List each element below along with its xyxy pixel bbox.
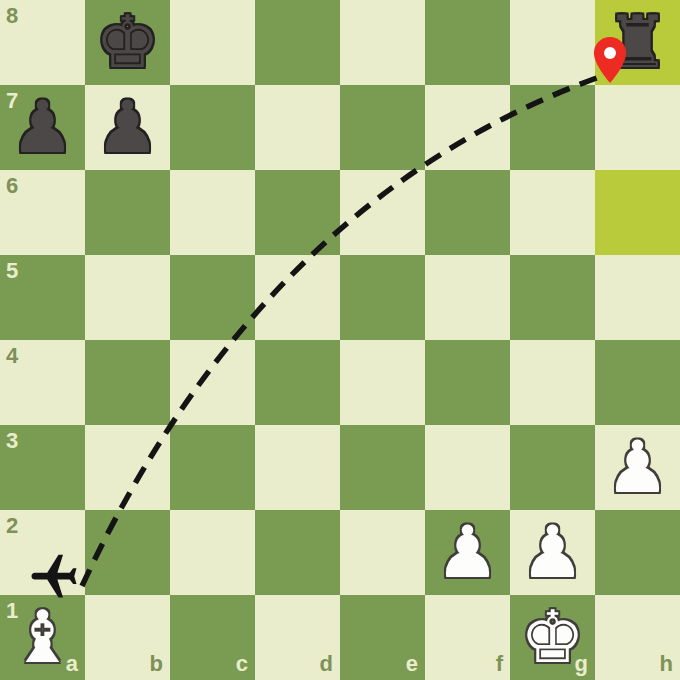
file-label-b: b <box>150 653 163 675</box>
square-g1[interactable]: g♚ <box>510 595 595 680</box>
square-f3[interactable] <box>425 425 510 510</box>
square-g3[interactable] <box>510 425 595 510</box>
square-c2[interactable] <box>170 510 255 595</box>
square-f1[interactable]: f <box>425 595 510 680</box>
square-h1[interactable]: h <box>595 595 680 680</box>
square-b6[interactable] <box>85 170 170 255</box>
square-c7[interactable] <box>170 85 255 170</box>
square-d7[interactable] <box>255 85 340 170</box>
piece-white-pawn-g2[interactable]: ♟ <box>510 510 595 595</box>
square-g4[interactable] <box>510 340 595 425</box>
square-a7[interactable]: 7♟ <box>0 85 85 170</box>
square-c5[interactable] <box>170 255 255 340</box>
piece-white-pawn-h3[interactable]: ♟ <box>595 425 680 510</box>
square-f6[interactable] <box>425 170 510 255</box>
square-e7[interactable] <box>340 85 425 170</box>
square-g7[interactable] <box>510 85 595 170</box>
piece-white-king-g1[interactable]: ♚ <box>510 595 595 680</box>
square-e8[interactable] <box>340 0 425 85</box>
square-d6[interactable] <box>255 170 340 255</box>
piece-white-bishop-a1[interactable]: ♝ <box>0 595 85 680</box>
square-c3[interactable] <box>170 425 255 510</box>
square-a3[interactable]: 3 <box>0 425 85 510</box>
file-label-h: h <box>660 653 673 675</box>
square-b3[interactable] <box>85 425 170 510</box>
piece-black-king-b8[interactable]: ♚ <box>85 0 170 85</box>
square-d8[interactable] <box>255 0 340 85</box>
square-a8[interactable]: 8 <box>0 0 85 85</box>
square-b2[interactable] <box>85 510 170 595</box>
piece-white-pawn-f2[interactable]: ♟ <box>425 510 510 595</box>
square-d5[interactable] <box>255 255 340 340</box>
square-c6[interactable] <box>170 170 255 255</box>
file-label-c: c <box>236 653 248 675</box>
square-g2[interactable]: ♟ <box>510 510 595 595</box>
square-e6[interactable] <box>340 170 425 255</box>
rank-label-5: 5 <box>6 260 18 282</box>
square-h6[interactable] <box>595 170 680 255</box>
chess-board: 8♚♜7♟♟6543♟2♟♟1a♝bcdefg♚h <box>0 0 680 680</box>
square-d3[interactable] <box>255 425 340 510</box>
square-g6[interactable] <box>510 170 595 255</box>
square-f2[interactable]: ♟ <box>425 510 510 595</box>
square-h8[interactable]: ♜ <box>595 0 680 85</box>
piece-black-rook-h8[interactable]: ♜ <box>595 0 680 85</box>
square-a4[interactable]: 4 <box>0 340 85 425</box>
square-f4[interactable] <box>425 340 510 425</box>
square-h2[interactable] <box>595 510 680 595</box>
piece-black-pawn-a7[interactable]: ♟ <box>0 85 85 170</box>
piece-black-pawn-b7[interactable]: ♟ <box>85 85 170 170</box>
rank-label-3: 3 <box>6 430 18 452</box>
square-e3[interactable] <box>340 425 425 510</box>
square-e4[interactable] <box>340 340 425 425</box>
square-a1[interactable]: 1a♝ <box>0 595 85 680</box>
square-e5[interactable] <box>340 255 425 340</box>
square-c8[interactable] <box>170 0 255 85</box>
square-h7[interactable] <box>595 85 680 170</box>
rank-label-2: 2 <box>6 515 18 537</box>
square-f8[interactable] <box>425 0 510 85</box>
square-g8[interactable] <box>510 0 595 85</box>
square-e2[interactable] <box>340 510 425 595</box>
square-h5[interactable] <box>595 255 680 340</box>
square-c4[interactable] <box>170 340 255 425</box>
square-h3[interactable]: ♟ <box>595 425 680 510</box>
square-g5[interactable] <box>510 255 595 340</box>
square-d4[interactable] <box>255 340 340 425</box>
square-a2[interactable]: 2 <box>0 510 85 595</box>
square-a6[interactable]: 6 <box>0 170 85 255</box>
square-b5[interactable] <box>85 255 170 340</box>
square-b4[interactable] <box>85 340 170 425</box>
rank-label-8: 8 <box>6 5 18 27</box>
square-d1[interactable]: d <box>255 595 340 680</box>
file-label-d: d <box>320 653 333 675</box>
rank-label-6: 6 <box>6 175 18 197</box>
square-h4[interactable] <box>595 340 680 425</box>
rank-label-4: 4 <box>6 345 18 367</box>
square-b1[interactable]: b <box>85 595 170 680</box>
square-f7[interactable] <box>425 85 510 170</box>
square-a5[interactable]: 5 <box>0 255 85 340</box>
square-b8[interactable]: ♚ <box>85 0 170 85</box>
square-f5[interactable] <box>425 255 510 340</box>
square-d2[interactable] <box>255 510 340 595</box>
square-e1[interactable]: e <box>340 595 425 680</box>
file-label-e: e <box>406 653 418 675</box>
square-c1[interactable]: c <box>170 595 255 680</box>
square-b7[interactable]: ♟ <box>85 85 170 170</box>
chessboard-image: 8♚♜7♟♟6543♟2♟♟1a♝bcdefg♚h <box>0 0 680 680</box>
file-label-f: f <box>496 653 503 675</box>
